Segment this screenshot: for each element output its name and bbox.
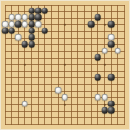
black-stone [95,54,102,61]
black-stone [28,8,35,15]
board-grid-line [124,5,125,125]
white-stone [108,34,115,41]
white-stone [35,21,42,28]
board-grid-line [5,117,125,118]
board-grid-line [5,38,125,39]
black-stone [28,27,35,34]
board-grid-line [5,77,125,78]
star-point [24,63,26,65]
board-grid-line [44,5,45,125]
white-stone [2,21,9,28]
black-stone [101,107,108,114]
board-grid-line [5,64,125,65]
board-grid-line [5,71,125,72]
black-stone [108,107,115,114]
white-stone [95,94,102,101]
board-grid-line [5,84,125,85]
board-grid-line [5,91,125,92]
black-stone [2,27,9,34]
star-point [103,63,105,65]
board-grid-line [5,11,125,12]
star-point [103,103,105,105]
black-stone [35,14,42,21]
white-stone [55,87,62,94]
white-stone [8,21,15,28]
go-board[interactable] [0,0,130,130]
board-grid-line [5,31,125,32]
black-stone [28,41,35,48]
board-grid-line [84,5,85,125]
black-stone [42,27,49,34]
black-stone [108,41,115,48]
board-grid-line [51,5,52,125]
board-grid-line [5,124,125,125]
black-stone [108,74,115,81]
white-stone [22,100,29,107]
board-grid-line [5,5,125,6]
black-stone [88,21,95,28]
black-stone [95,14,102,21]
white-stone [22,14,29,21]
board-grid-line [64,5,65,125]
white-stone [15,14,22,21]
black-stone [8,27,15,34]
star-point [63,63,65,65]
board-grid-line [58,5,59,125]
board-grid-line [5,58,125,59]
board-grid-line [117,5,118,125]
star-point [63,24,65,26]
board-grid-line [71,5,72,125]
black-stone [95,74,102,81]
board-grid-line [97,5,98,125]
black-stone [22,41,29,48]
star-point [103,24,105,26]
black-stone [28,34,35,41]
black-stone [15,21,22,28]
black-stone [108,21,115,28]
star-point [63,103,65,105]
white-stone [101,47,108,54]
black-stone [28,14,35,21]
board-grid-line [77,5,78,125]
black-stone [35,8,42,15]
white-stone [22,21,29,28]
black-stone [108,100,115,107]
black-stone [28,21,35,28]
white-stone [101,94,108,101]
white-stone [114,47,121,54]
white-stone [61,94,68,101]
white-stone [15,34,22,41]
black-stone [42,8,49,15]
white-stone [8,14,15,21]
